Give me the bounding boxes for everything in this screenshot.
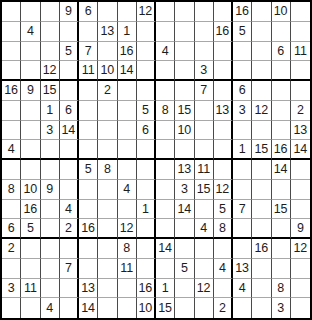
cell-r3c3[interactable]	[41, 42, 60, 62]
cell-r13c11[interactable]	[195, 239, 214, 259]
cell-r10c5[interactable]	[79, 180, 98, 200]
cell-r11c15: 15	[272, 200, 291, 220]
cell-r7c2[interactable]	[21, 121, 40, 141]
cell-r3c16: 11	[291, 42, 310, 62]
cell-r7c10: 10	[175, 121, 194, 141]
cell-r2c14[interactable]	[252, 22, 271, 42]
cell-r12c8[interactable]	[137, 219, 156, 239]
cell-r6c15[interactable]	[272, 101, 291, 121]
cell-r12c7: 12	[118, 219, 137, 239]
cell-r3c6[interactable]	[98, 42, 117, 62]
cell-r14c13: 13	[233, 259, 252, 279]
cell-r9c15: 14	[272, 160, 291, 180]
cell-r2c5[interactable]	[79, 22, 98, 42]
cell-r2c1[interactable]	[2, 22, 21, 42]
cell-r13c14: 16	[252, 239, 271, 259]
cell-r16c3: 4	[41, 298, 60, 318]
cell-r11c2: 16	[21, 200, 40, 220]
cell-r10c3: 9	[41, 180, 60, 200]
cell-r16c2[interactable]	[21, 298, 40, 318]
cell-r15c10[interactable]	[175, 279, 194, 299]
cell-r3c12[interactable]	[214, 42, 233, 62]
cell-r15c3[interactable]	[41, 279, 60, 299]
cell-r13c3[interactable]	[41, 239, 60, 259]
cell-r11c1[interactable]	[2, 200, 21, 220]
cell-r6c13: 3	[233, 101, 252, 121]
cell-r10c15[interactable]	[272, 180, 291, 200]
cell-r3c4: 5	[60, 42, 79, 62]
cell-r3c5: 7	[79, 42, 98, 62]
cell-r8c11[interactable]	[195, 140, 214, 160]
cell-r1c16[interactable]	[291, 2, 310, 22]
cell-r4c10[interactable]	[175, 61, 194, 81]
cell-r6c16: 2	[291, 101, 310, 121]
cell-r15c8: 16	[137, 279, 156, 299]
cell-r9c4[interactable]	[60, 160, 79, 180]
cell-r11c4: 4	[60, 200, 79, 220]
cell-r10c11: 15	[195, 180, 214, 200]
cell-r10c1: 8	[2, 180, 21, 200]
cell-r6c4: 6	[60, 101, 79, 121]
cell-r5c7[interactable]	[118, 81, 137, 101]
cell-r12c13[interactable]	[233, 219, 252, 239]
cell-r6c10: 15	[175, 101, 194, 121]
cell-r2c11[interactable]	[195, 22, 214, 42]
cell-r9c2[interactable]	[21, 160, 40, 180]
cell-r1c3[interactable]	[41, 2, 60, 22]
cell-r3c14[interactable]	[252, 42, 271, 62]
cell-r11c10: 14	[175, 200, 194, 220]
cell-r12c12: 8	[214, 219, 233, 239]
cell-r5c2: 9	[21, 81, 40, 101]
cell-r4c15[interactable]	[272, 61, 291, 81]
cell-r10c12: 12	[214, 180, 233, 200]
cell-r12c11: 4	[195, 219, 214, 239]
cell-r1c10[interactable]	[175, 2, 194, 22]
cell-r4c14[interactable]	[252, 61, 271, 81]
cell-r2c12: 16	[214, 22, 233, 42]
cell-r4c11: 3	[195, 61, 214, 81]
cell-r5c5[interactable]	[79, 81, 98, 101]
cell-r13c5[interactable]	[79, 239, 98, 259]
cell-r15c16[interactable]	[291, 279, 310, 299]
cell-r1c12[interactable]	[214, 2, 233, 22]
cell-r11c7[interactable]	[118, 200, 137, 220]
cell-r11c3[interactable]	[41, 200, 60, 220]
cell-r9c9[interactable]	[156, 160, 175, 180]
cell-r4c3: 12	[41, 61, 60, 81]
cell-r2c2: 4	[21, 22, 40, 42]
cell-r12c10[interactable]	[175, 219, 194, 239]
cell-r7c13[interactable]	[233, 121, 252, 141]
cell-r11c11[interactable]	[195, 200, 214, 220]
cell-r4c7: 14	[118, 61, 137, 81]
cell-r9c12[interactable]	[214, 160, 233, 180]
cell-r9c3[interactable]	[41, 160, 60, 180]
cell-r15c1: 3	[2, 279, 21, 299]
cell-r3c8[interactable]	[137, 42, 156, 62]
cell-r6c11[interactable]	[195, 101, 214, 121]
cell-r2c13: 5	[233, 22, 252, 42]
cell-r8c12[interactable]	[214, 140, 233, 160]
cell-r1c6[interactable]	[98, 2, 117, 22]
cell-r3c9: 4	[156, 42, 175, 62]
cell-r8c9[interactable]	[156, 140, 175, 160]
cell-r2c4[interactable]	[60, 22, 79, 42]
cell-r4c2[interactable]	[21, 61, 40, 81]
cell-r1c4: 9	[60, 2, 79, 22]
cell-r13c1: 2	[2, 239, 21, 259]
cell-r5c13: 6	[233, 81, 252, 101]
cell-r2c3[interactable]	[41, 22, 60, 42]
cell-r2c8[interactable]	[137, 22, 156, 42]
cell-r13c7: 8	[118, 239, 137, 259]
cell-r11c13: 7	[233, 200, 252, 220]
cell-r16c4[interactable]	[60, 298, 79, 318]
cell-r15c14[interactable]	[252, 279, 271, 299]
cell-r7c16: 13	[291, 121, 310, 141]
cell-r11c5[interactable]	[79, 200, 98, 220]
cell-r15c15: 8	[272, 279, 291, 299]
cell-r11c6[interactable]	[98, 200, 117, 220]
cell-r2c10[interactable]	[175, 22, 194, 42]
cell-r16c10[interactable]	[175, 298, 194, 318]
cell-r5c15[interactable]	[272, 81, 291, 101]
cell-r10c14[interactable]	[252, 180, 271, 200]
cell-r8c3[interactable]	[41, 140, 60, 160]
cell-r14c12: 4	[214, 259, 233, 279]
cell-r9c7[interactable]	[118, 160, 137, 180]
cell-r16c6[interactable]	[98, 298, 117, 318]
cell-r4c16[interactable]	[291, 61, 310, 81]
cell-r13c2[interactable]	[21, 239, 40, 259]
cell-r9c10: 13	[175, 160, 194, 180]
cell-r8c14: 15	[252, 140, 271, 160]
cell-r14c6[interactable]	[98, 259, 117, 279]
cell-r7c12[interactable]	[214, 121, 233, 141]
cell-r16c9: 15	[156, 298, 175, 318]
cell-r8c16: 14	[291, 140, 310, 160]
cell-r9c16[interactable]	[291, 160, 310, 180]
cell-r8c7[interactable]	[118, 140, 137, 160]
cell-r12c1: 6	[2, 219, 21, 239]
cell-r16c12: 2	[214, 298, 233, 318]
cell-r7c15[interactable]	[272, 121, 291, 141]
cell-r8c8[interactable]	[137, 140, 156, 160]
cell-r13c4[interactable]	[60, 239, 79, 259]
cell-r1c11[interactable]	[195, 2, 214, 22]
hexadoku-board: 9612161041311655716461112111014316915276…	[0, 0, 312, 320]
cell-r8c5[interactable]	[79, 140, 98, 160]
cell-r14c1[interactable]	[2, 259, 21, 279]
cell-r4c1[interactable]	[2, 61, 21, 81]
cell-r1c2[interactable]	[21, 2, 40, 22]
cell-r2c7: 1	[118, 22, 137, 42]
cell-r13c12[interactable]	[214, 239, 233, 259]
cell-r13c10[interactable]	[175, 239, 194, 259]
cell-r10c7: 4	[118, 180, 137, 200]
cell-r12c2: 5	[21, 219, 40, 239]
cell-r9c6: 8	[98, 160, 117, 180]
cell-r4c4[interactable]	[60, 61, 79, 81]
cell-r16c14[interactable]	[252, 298, 271, 318]
cell-r16c1[interactable]	[2, 298, 21, 318]
cell-r1c7[interactable]	[118, 2, 137, 22]
cell-r6c9: 8	[156, 101, 175, 121]
cell-r5c4[interactable]	[60, 81, 79, 101]
cell-r16c5: 14	[79, 298, 98, 318]
cell-r11c14[interactable]	[252, 200, 271, 220]
cell-r16c16[interactable]	[291, 298, 310, 318]
cell-r15c13: 4	[233, 279, 252, 299]
cell-r10c13[interactable]	[233, 180, 252, 200]
cell-r15c6[interactable]	[98, 279, 117, 299]
cell-r14c11[interactable]	[195, 259, 214, 279]
cell-r11c9[interactable]	[156, 200, 175, 220]
cell-r7c6[interactable]	[98, 121, 117, 141]
cell-r15c12[interactable]	[214, 279, 233, 299]
cell-r14c8[interactable]	[137, 259, 156, 279]
cell-r8c6[interactable]	[98, 140, 117, 160]
cell-r11c12: 5	[214, 200, 233, 220]
cell-r15c7[interactable]	[118, 279, 137, 299]
cell-r10c16[interactable]	[291, 180, 310, 200]
cell-r11c16[interactable]	[291, 200, 310, 220]
cell-r16c11[interactable]	[195, 298, 214, 318]
cell-r8c13: 1	[233, 140, 252, 160]
cell-r12c5: 16	[79, 219, 98, 239]
cell-r5c10[interactable]	[175, 81, 194, 101]
cell-r4c6: 10	[98, 61, 117, 81]
cell-r13c15[interactable]	[272, 239, 291, 259]
cell-r15c2: 11	[21, 279, 40, 299]
cell-r10c10: 3	[175, 180, 194, 200]
cell-r10c6[interactable]	[98, 180, 117, 200]
cell-r4c12[interactable]	[214, 61, 233, 81]
cell-r16c15: 3	[272, 298, 291, 318]
cell-r12c9[interactable]	[156, 219, 175, 239]
cell-r8c4[interactable]	[60, 140, 79, 160]
cell-r14c5[interactable]	[79, 259, 98, 279]
cell-r8c1: 4	[2, 140, 21, 160]
cell-r4c5: 11	[79, 61, 98, 81]
cell-r14c10: 5	[175, 259, 194, 279]
cell-r12c3[interactable]	[41, 219, 60, 239]
cell-r12c16: 9	[291, 219, 310, 239]
cell-r12c14[interactable]	[252, 219, 271, 239]
cell-r6c3: 1	[41, 101, 60, 121]
cell-r13c6[interactable]	[98, 239, 117, 259]
cell-r10c8[interactable]	[137, 180, 156, 200]
cell-r1c8: 12	[137, 2, 156, 22]
cell-r14c16[interactable]	[291, 259, 310, 279]
cell-r1c9[interactable]	[156, 2, 175, 22]
cell-r1c13: 16	[233, 2, 252, 22]
cell-r2c15[interactable]	[272, 22, 291, 42]
cell-r14c3[interactable]	[41, 259, 60, 279]
cell-r9c13[interactable]	[233, 160, 252, 180]
cell-r7c9[interactable]	[156, 121, 175, 141]
cell-r13c9: 14	[156, 239, 175, 259]
cell-r5c16[interactable]	[291, 81, 310, 101]
cell-r4c8[interactable]	[137, 61, 156, 81]
cell-r6c7[interactable]	[118, 101, 137, 121]
cell-r14c7: 11	[118, 259, 137, 279]
cell-r9c11: 11	[195, 160, 214, 180]
cell-r8c2[interactable]	[21, 140, 40, 160]
cell-r15c5: 13	[79, 279, 98, 299]
cell-r1c15: 10	[272, 2, 291, 22]
cell-r7c8: 6	[137, 121, 156, 141]
cell-r15c11: 12	[195, 279, 214, 299]
cell-r2c9[interactable]	[156, 22, 175, 42]
cell-r1c5: 6	[79, 2, 98, 22]
cell-r1c14[interactable]	[252, 2, 271, 22]
cell-r16c8: 10	[137, 298, 156, 318]
cell-r5c14[interactable]	[252, 81, 271, 101]
cell-r3c7: 16	[118, 42, 137, 62]
cell-r5c3: 15	[41, 81, 60, 101]
cell-r7c3: 3	[41, 121, 60, 141]
cell-r10c9[interactable]	[156, 180, 175, 200]
cell-r12c4: 2	[60, 219, 79, 239]
cell-r15c9: 1	[156, 279, 175, 299]
cell-r6c14: 12	[252, 101, 271, 121]
cell-r3c11[interactable]	[195, 42, 214, 62]
cell-r7c1[interactable]	[2, 121, 21, 141]
cell-r5c12[interactable]	[214, 81, 233, 101]
cell-r10c2: 10	[21, 180, 40, 200]
cell-r15c4[interactable]	[60, 279, 79, 299]
cell-r13c16: 12	[291, 239, 310, 259]
cell-r2c16[interactable]	[291, 22, 310, 42]
cell-r5c9[interactable]	[156, 81, 175, 101]
cell-r16c13[interactable]	[233, 298, 252, 318]
cell-r12c15[interactable]	[272, 219, 291, 239]
cell-r9c1[interactable]	[2, 160, 21, 180]
cell-r7c4: 14	[60, 121, 79, 141]
cell-r5c8[interactable]	[137, 81, 156, 101]
cell-r9c8[interactable]	[137, 160, 156, 180]
cell-r6c12: 13	[214, 101, 233, 121]
cell-r8c10[interactable]	[175, 140, 194, 160]
cell-r6c8: 5	[137, 101, 156, 121]
cell-r16c7[interactable]	[118, 298, 137, 318]
cell-r3c1[interactable]	[2, 42, 21, 62]
cell-r8c15: 16	[272, 140, 291, 160]
cell-r3c15: 6	[272, 42, 291, 62]
cell-r3c2[interactable]	[21, 42, 40, 62]
cell-r9c5: 5	[79, 160, 98, 180]
cell-r14c2[interactable]	[21, 259, 40, 279]
cell-r2c6: 13	[98, 22, 117, 42]
cell-r7c7[interactable]	[118, 121, 137, 141]
cell-r10c4[interactable]	[60, 180, 79, 200]
cell-r5c1: 16	[2, 81, 21, 101]
cell-r14c4: 7	[60, 259, 79, 279]
cell-r6c1[interactable]	[2, 101, 21, 121]
cell-r1c1[interactable]	[2, 2, 21, 22]
cell-r9c14[interactable]	[252, 160, 271, 180]
cell-r4c9[interactable]	[156, 61, 175, 81]
cell-r12c6[interactable]	[98, 219, 117, 239]
cell-r6c6[interactable]	[98, 101, 117, 121]
cell-r14c15[interactable]	[272, 259, 291, 279]
cell-r7c11[interactable]	[195, 121, 214, 141]
cell-r4c13[interactable]	[233, 61, 252, 81]
cell-r5c11: 7	[195, 81, 214, 101]
cell-r7c5[interactable]	[79, 121, 98, 141]
cell-r13c13[interactable]	[233, 239, 252, 259]
cell-r3c13[interactable]	[233, 42, 252, 62]
cell-r7c14[interactable]	[252, 121, 271, 141]
cell-r14c9[interactable]	[156, 259, 175, 279]
cell-r6c5[interactable]	[79, 101, 98, 121]
cell-r5c6: 2	[98, 81, 117, 101]
cell-r6c2[interactable]	[21, 101, 40, 121]
cell-r13c8[interactable]	[137, 239, 156, 259]
cell-r11c8: 1	[137, 200, 156, 220]
cell-r3c10[interactable]	[175, 42, 194, 62]
cell-r14c14[interactable]	[252, 259, 271, 279]
